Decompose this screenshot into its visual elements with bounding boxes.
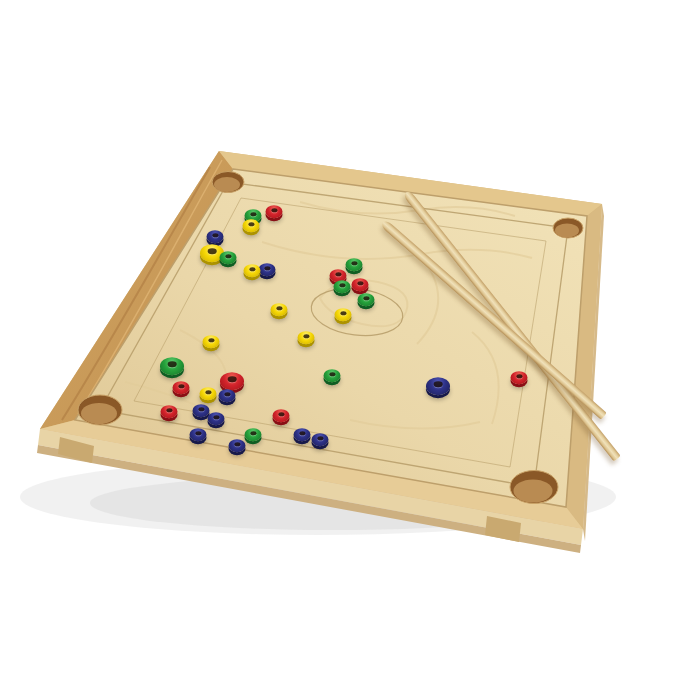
corner-pocket-top-right bbox=[553, 218, 583, 238]
disc-green[interactable] bbox=[160, 357, 184, 375]
disc-red[interactable] bbox=[220, 372, 244, 390]
disc-blue[interactable] bbox=[190, 428, 207, 441]
disc-red[interactable] bbox=[161, 405, 178, 418]
disc-red[interactable] bbox=[511, 371, 528, 384]
disc-yellow[interactable] bbox=[243, 219, 260, 232]
disc-red[interactable] bbox=[266, 205, 283, 218]
disc-blue[interactable] bbox=[207, 230, 224, 243]
disc-blue[interactable] bbox=[426, 377, 450, 395]
corner-pocket-bottom-left bbox=[78, 395, 122, 425]
disc-blue[interactable] bbox=[312, 433, 329, 446]
disc-blue[interactable] bbox=[193, 404, 210, 417]
disc-green[interactable] bbox=[245, 428, 262, 441]
disc-yellow[interactable] bbox=[298, 331, 315, 344]
disc-blue[interactable] bbox=[219, 389, 236, 402]
disc-blue[interactable] bbox=[208, 412, 225, 425]
disc-green[interactable] bbox=[346, 258, 363, 271]
disc-yellow[interactable] bbox=[200, 387, 217, 400]
corner-pocket-bottom-right bbox=[510, 471, 558, 504]
board-photo bbox=[0, 0, 700, 700]
disc-green[interactable] bbox=[324, 369, 341, 382]
disc-green[interactable] bbox=[334, 280, 351, 293]
disc-yellow[interactable] bbox=[203, 335, 220, 348]
disc-blue[interactable] bbox=[229, 439, 246, 452]
disc-red[interactable] bbox=[273, 409, 290, 422]
disc-yellow[interactable] bbox=[271, 303, 288, 316]
board-svg bbox=[0, 0, 700, 700]
disc-green[interactable] bbox=[220, 251, 237, 264]
disc-red[interactable] bbox=[352, 278, 369, 291]
disc-green[interactable] bbox=[358, 293, 375, 306]
disc-blue[interactable] bbox=[259, 263, 276, 276]
disc-red[interactable] bbox=[173, 381, 190, 394]
disc-yellow[interactable] bbox=[335, 308, 352, 321]
disc-yellow[interactable] bbox=[244, 264, 261, 277]
corner-pocket-top-left bbox=[212, 172, 244, 193]
disc-blue[interactable] bbox=[294, 428, 311, 441]
